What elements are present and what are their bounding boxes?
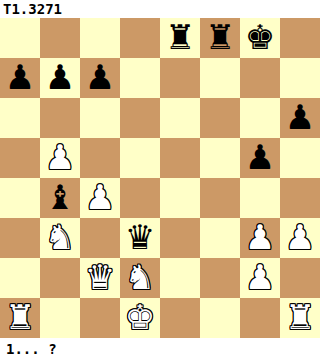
square-f4[interactable] <box>200 178 240 218</box>
square-c2[interactable]: ♛ <box>80 258 120 298</box>
square-f7[interactable] <box>200 58 240 98</box>
square-c3[interactable] <box>80 218 120 258</box>
square-e2[interactable] <box>160 258 200 298</box>
square-h1[interactable]: ♜ <box>280 298 320 338</box>
white-queen: ♛ <box>85 257 115 297</box>
white-rook: ♜ <box>285 297 315 337</box>
status-bar: 1... ? <box>0 338 320 360</box>
square-h5[interactable] <box>280 138 320 178</box>
white-pawn: ♟ <box>85 177 115 217</box>
white-knight: ♞ <box>45 217 75 257</box>
square-f6[interactable] <box>200 98 240 138</box>
square-f3[interactable] <box>200 218 240 258</box>
square-h6[interactable]: ♟ <box>280 98 320 138</box>
square-c7[interactable]: ♟ <box>80 58 120 98</box>
square-a6[interactable] <box>0 98 40 138</box>
black-pawn: ♟ <box>5 57 35 97</box>
square-d7[interactable] <box>120 58 160 98</box>
square-f2[interactable] <box>200 258 240 298</box>
white-pawn: ♟ <box>245 217 275 257</box>
square-c1[interactable] <box>80 298 120 338</box>
square-d5[interactable] <box>120 138 160 178</box>
square-g4[interactable] <box>240 178 280 218</box>
square-g7[interactable] <box>240 58 280 98</box>
square-a4[interactable] <box>0 178 40 218</box>
black-queen: ♛ <box>125 217 155 257</box>
black-pawn: ♟ <box>285 97 315 137</box>
puzzle-id: T1.3271 <box>3 0 62 18</box>
title-bar: T1.3271 <box>0 0 320 18</box>
square-g1[interactable] <box>240 298 280 338</box>
black-pawn: ♟ <box>85 57 115 97</box>
square-h3[interactable]: ♟ <box>280 218 320 258</box>
square-a8[interactable] <box>0 18 40 58</box>
square-h8[interactable] <box>280 18 320 58</box>
square-e4[interactable] <box>160 178 200 218</box>
square-g3[interactable]: ♟ <box>240 218 280 258</box>
square-f8[interactable]: ♜ <box>200 18 240 58</box>
white-pawn: ♟ <box>285 217 315 257</box>
square-c8[interactable] <box>80 18 120 58</box>
square-d2[interactable]: ♞ <box>120 258 160 298</box>
square-g6[interactable] <box>240 98 280 138</box>
move-prompt: 1... ? <box>6 338 57 360</box>
square-a3[interactable] <box>0 218 40 258</box>
white-knight: ♞ <box>125 257 155 297</box>
chess-board: ♜♜♚♟♟♟♟♟♟♝♟♞♛♟♟♛♞♟♜♚♜ <box>0 18 320 338</box>
square-b5[interactable]: ♟ <box>40 138 80 178</box>
square-b1[interactable] <box>40 298 80 338</box>
square-h7[interactable] <box>280 58 320 98</box>
square-b7[interactable]: ♟ <box>40 58 80 98</box>
white-pawn: ♟ <box>245 257 275 297</box>
white-king: ♚ <box>125 297 155 337</box>
square-b8[interactable] <box>40 18 80 58</box>
square-c6[interactable] <box>80 98 120 138</box>
square-b3[interactable]: ♞ <box>40 218 80 258</box>
white-rook: ♜ <box>5 297 35 337</box>
square-a5[interactable] <box>0 138 40 178</box>
chess-puzzle-screen: T1.3271 ♜♜♚♟♟♟♟♟♟♝♟♞♛♟♟♛♞♟♜♚♜ 1... ? <box>0 0 320 360</box>
black-pawn: ♟ <box>45 57 75 97</box>
square-b6[interactable] <box>40 98 80 138</box>
white-pawn: ♟ <box>45 137 75 177</box>
square-d4[interactable] <box>120 178 160 218</box>
square-a1[interactable]: ♜ <box>0 298 40 338</box>
square-e5[interactable] <box>160 138 200 178</box>
square-g2[interactable]: ♟ <box>240 258 280 298</box>
square-e6[interactable] <box>160 98 200 138</box>
square-g8[interactable]: ♚ <box>240 18 280 58</box>
square-e3[interactable] <box>160 218 200 258</box>
square-d1[interactable]: ♚ <box>120 298 160 338</box>
square-d6[interactable] <box>120 98 160 138</box>
square-a2[interactable] <box>0 258 40 298</box>
square-g5[interactable]: ♟ <box>240 138 280 178</box>
black-king: ♚ <box>245 17 275 57</box>
black-bishop: ♝ <box>45 177 75 217</box>
square-d3[interactable]: ♛ <box>120 218 160 258</box>
square-e7[interactable] <box>160 58 200 98</box>
square-f5[interactable] <box>200 138 240 178</box>
square-f1[interactable] <box>200 298 240 338</box>
square-d8[interactable] <box>120 18 160 58</box>
black-rook: ♜ <box>205 17 235 57</box>
square-b2[interactable] <box>40 258 80 298</box>
black-pawn: ♟ <box>245 137 275 177</box>
square-c4[interactable]: ♟ <box>80 178 120 218</box>
square-c5[interactable] <box>80 138 120 178</box>
square-h4[interactable] <box>280 178 320 218</box>
square-a7[interactable]: ♟ <box>0 58 40 98</box>
black-rook: ♜ <box>165 17 195 57</box>
square-b4[interactable]: ♝ <box>40 178 80 218</box>
square-e1[interactable] <box>160 298 200 338</box>
square-h2[interactable] <box>280 258 320 298</box>
square-e8[interactable]: ♜ <box>160 18 200 58</box>
